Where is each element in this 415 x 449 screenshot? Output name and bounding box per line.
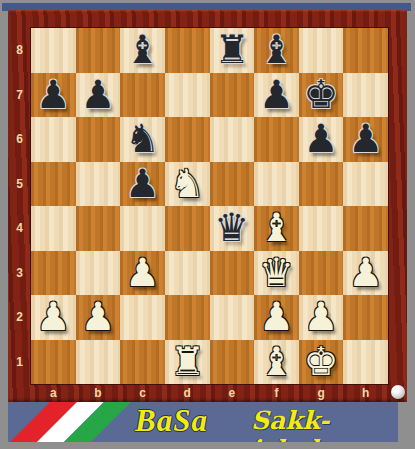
square-h8[interactable]	[343, 28, 388, 73]
rank-label-3: 3	[8, 251, 31, 296]
square-g5[interactable]	[299, 162, 344, 207]
white-pawn: ♟	[348, 251, 383, 295]
square-a2[interactable]: ♟	[31, 295, 76, 340]
rank-labels: 87654321	[8, 28, 31, 384]
brand-name: BaSa	[135, 403, 208, 439]
square-g4[interactable]	[299, 206, 344, 251]
square-d5[interactable]: ♞	[165, 162, 210, 207]
square-f4[interactable]: ♝	[254, 206, 299, 251]
square-h7[interactable]	[343, 73, 388, 118]
square-b8[interactable]	[76, 28, 121, 73]
square-b6[interactable]	[76, 117, 121, 162]
square-d4[interactable]	[165, 206, 210, 251]
square-c7[interactable]	[120, 73, 165, 118]
square-f2[interactable]: ♟	[254, 295, 299, 340]
rank-label-2: 2	[8, 295, 31, 340]
black-king: ♚	[304, 73, 339, 117]
black-pawn: ♟	[304, 117, 339, 161]
square-c1[interactable]	[120, 340, 165, 385]
white-pawn: ♟	[36, 295, 71, 339]
white-bishop: ♝	[259, 206, 294, 250]
rank-label-1: 1	[8, 340, 31, 385]
square-b7[interactable]: ♟	[76, 73, 121, 118]
square-a6[interactable]	[31, 117, 76, 162]
square-a3[interactable]	[31, 251, 76, 296]
square-h1[interactable]	[343, 340, 388, 385]
rank-label-4: 4	[8, 206, 31, 251]
square-b3[interactable]	[76, 251, 121, 296]
square-c8[interactable]: ♝	[120, 28, 165, 73]
file-label-b: b	[76, 384, 121, 402]
square-a7[interactable]: ♟	[31, 73, 76, 118]
square-b2[interactable]: ♟	[76, 295, 121, 340]
file-label-d: d	[165, 384, 210, 402]
black-pawn: ♟	[36, 73, 71, 117]
black-pawn: ♟	[80, 73, 115, 117]
white-pawn: ♟	[259, 295, 294, 339]
square-e8[interactable]: ♜	[210, 28, 255, 73]
square-e1[interactable]	[210, 340, 255, 385]
black-queen: ♛	[214, 206, 249, 250]
file-labels: abcdefgh	[31, 384, 388, 402]
square-g1[interactable]: ♚	[299, 340, 344, 385]
black-knight: ♞	[125, 117, 160, 161]
square-c2[interactable]	[120, 295, 165, 340]
square-c6[interactable]: ♞	[120, 117, 165, 162]
file-label-e: e	[210, 384, 255, 402]
white-pawn: ♟	[80, 295, 115, 339]
brand-subtitle: Sakk-iskola	[251, 406, 398, 442]
file-label-g: g	[299, 384, 344, 402]
square-a8[interactable]	[31, 28, 76, 73]
chess-board: ♝♜♝♟♟♟♚♞♟♟♟♞♛♝♟♛♟♟♟♟♟♜♝♚	[31, 28, 388, 384]
square-f7[interactable]: ♟	[254, 73, 299, 118]
square-h2[interactable]	[343, 295, 388, 340]
white-king: ♚	[304, 340, 339, 384]
white-bishop: ♝	[259, 340, 294, 384]
square-d7[interactable]	[165, 73, 210, 118]
square-f8[interactable]: ♝	[254, 28, 299, 73]
logo-banner: BaSa Sakk-iskola	[8, 402, 398, 442]
rank-label-5: 5	[8, 162, 31, 207]
square-f3[interactable]: ♛	[254, 251, 299, 296]
black-pawn: ♟	[125, 162, 160, 206]
rank-label-6: 6	[8, 117, 31, 162]
file-label-c: c	[120, 384, 165, 402]
square-e4[interactable]: ♛	[210, 206, 255, 251]
square-d1[interactable]: ♜	[165, 340, 210, 385]
black-bishop: ♝	[259, 28, 294, 72]
square-g7[interactable]: ♚	[299, 73, 344, 118]
square-e7[interactable]	[210, 73, 255, 118]
square-h6[interactable]: ♟	[343, 117, 388, 162]
white-rook: ♜	[170, 340, 205, 384]
square-d6[interactable]	[165, 117, 210, 162]
square-b1[interactable]	[76, 340, 121, 385]
square-h5[interactable]	[343, 162, 388, 207]
square-c5[interactable]: ♟	[120, 162, 165, 207]
rank-label-8: 8	[8, 28, 31, 73]
square-h4[interactable]	[343, 206, 388, 251]
square-e3[interactable]	[210, 251, 255, 296]
white-pawn: ♟	[304, 295, 339, 339]
square-f1[interactable]: ♝	[254, 340, 299, 385]
square-f6[interactable]	[254, 117, 299, 162]
square-g3[interactable]	[299, 251, 344, 296]
black-bishop: ♝	[125, 28, 160, 72]
square-a4[interactable]	[31, 206, 76, 251]
file-label-h: h	[343, 384, 388, 402]
square-b5[interactable]	[76, 162, 121, 207]
square-g8[interactable]	[299, 28, 344, 73]
square-g2[interactable]: ♟	[299, 295, 344, 340]
black-pawn: ♟	[348, 117, 383, 161]
rank-label-7: 7	[8, 73, 31, 118]
white-knight: ♞	[170, 162, 205, 206]
square-a5[interactable]	[31, 162, 76, 207]
square-a1[interactable]	[31, 340, 76, 385]
board-frame: 87654321 ♝♜♝♟♟♟♚♞♟♟♟♞♛♝♟♛♟♟♟♟♟♜♝♚ abcdef…	[8, 10, 407, 402]
square-c4[interactable]	[120, 206, 165, 251]
white-pawn: ♟	[125, 251, 160, 295]
square-d2[interactable]	[165, 295, 210, 340]
black-rook: ♜	[214, 28, 249, 72]
square-h3[interactable]: ♟	[343, 251, 388, 296]
square-e2[interactable]	[210, 295, 255, 340]
square-e5[interactable]	[210, 162, 255, 207]
black-pawn: ♟	[259, 73, 294, 117]
square-f5[interactable]	[254, 162, 299, 207]
square-b4[interactable]	[76, 206, 121, 251]
file-label-a: a	[31, 384, 76, 402]
square-e6[interactable]	[210, 117, 255, 162]
file-label-f: f	[254, 384, 299, 402]
square-c3[interactable]: ♟	[120, 251, 165, 296]
chess-diagram: 87654321 ♝♜♝♟♟♟♚♞♟♟♟♞♛♝♟♛♟♟♟♟♟♜♝♚ abcdef…	[0, 0, 415, 449]
white-queen: ♛	[259, 251, 294, 295]
square-g6[interactable]: ♟	[299, 117, 344, 162]
square-d8[interactable]	[165, 28, 210, 73]
square-d3[interactable]	[165, 251, 210, 296]
white-to-move-indicator	[391, 385, 405, 399]
